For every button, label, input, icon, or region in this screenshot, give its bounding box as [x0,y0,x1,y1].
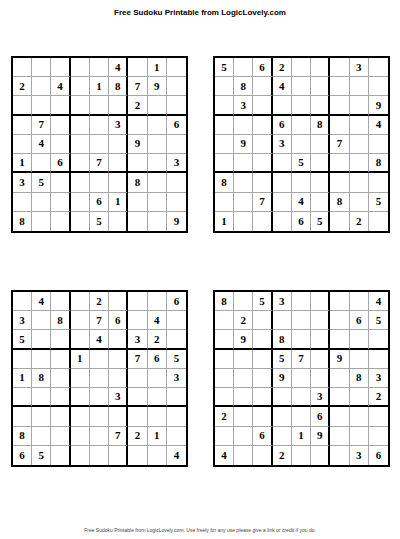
cell-r6c9: 3 [167,154,186,173]
cell-r5c9: 3 [167,369,186,388]
cell-r4c2 [234,116,253,135]
cell-r8c2 [234,427,253,446]
cell-r8c2 [32,427,51,446]
cell-r5c3 [253,369,272,388]
cell-r7c6 [109,173,128,192]
cell-r8c9 [167,193,186,212]
cell-r2c7 [128,311,147,330]
cell-r3c9 [369,330,388,349]
cell-r3c9 [167,330,186,349]
cell-r3c3 [253,96,272,115]
cell-r2c9 [167,77,186,96]
cell-r9c5: 6 [292,212,311,231]
cell-r9c3 [253,212,272,231]
page-footer-text: Free Sudoku Printable from LogicLovely.c… [0,527,400,533]
cell-r7c7 [128,407,147,426]
cell-r7c1: 2 [215,407,234,426]
cell-r6c8 [148,154,167,173]
cell-r5c9 [369,135,388,154]
cell-r8c7 [128,193,147,212]
cell-r1c5 [292,292,311,311]
cell-r2c4 [71,77,90,96]
cell-r9c7 [330,212,349,231]
cell-r4c3 [51,350,70,369]
cell-r9c1: 4 [215,446,234,465]
cell-r4c6: 3 [109,116,128,135]
cell-r8c5 [90,427,109,446]
cell-r8c9 [369,427,388,446]
cell-r7c5 [292,407,311,426]
cell-r5c2 [234,369,253,388]
printable-page: Free Sudoku Printable from LogicLovely.c… [0,0,400,539]
cell-r5c8 [350,135,369,154]
cell-r9c7 [330,446,349,465]
cell-r8c6: 7 [109,427,128,446]
cell-r4c8: 6 [148,350,167,369]
cell-r1c5 [292,58,311,77]
cell-r3c4 [71,96,90,115]
cell-r6c9 [167,388,186,407]
cell-r3c8 [148,96,167,115]
cell-r3c8 [350,96,369,115]
cell-r3c2 [32,330,51,349]
cell-r7c4 [273,173,292,192]
cell-r7c3 [253,407,272,426]
cell-r4c4: 5 [273,350,292,369]
cell-r2c3: 8 [51,311,70,330]
cell-r5c4 [71,369,90,388]
cell-r5c3 [253,135,272,154]
cell-r3c8 [350,330,369,349]
cell-r1c9 [167,58,186,77]
cell-r8c7 [330,427,349,446]
cell-r7c3 [253,173,272,192]
cell-r5c6 [109,135,128,154]
cell-r8c6: 1 [109,193,128,212]
cell-r2c5 [292,77,311,96]
cell-r1c7 [330,58,349,77]
cell-r8c1: 8 [13,427,32,446]
cell-r9c3 [51,212,70,231]
cell-r7c1: 3 [13,173,32,192]
cell-r3c6 [311,96,330,115]
cell-r5c4 [71,135,90,154]
cell-r5c4: 3 [273,135,292,154]
cell-r9c1: 8 [13,212,32,231]
cell-r5c5 [90,369,109,388]
cell-r7c2 [234,173,253,192]
cell-r4c7 [330,116,349,135]
sudoku-boards-container: 41241879273649167335861859 5623843968493… [11,56,390,467]
cell-r7c7 [330,173,349,192]
cell-r8c2 [234,193,253,212]
cell-r8c3 [51,193,70,212]
cell-r7c9 [167,407,186,426]
cell-r1c3: 5 [253,292,272,311]
cell-r4c6 [311,350,330,369]
cell-r3c7: 2 [128,96,147,115]
cell-r4c7: 7 [128,350,147,369]
cell-r2c9: 5 [369,311,388,330]
cell-r6c7 [330,388,349,407]
cell-r3c7: 3 [128,330,147,349]
cell-r7c1: 8 [215,173,234,192]
cell-r1c2 [234,292,253,311]
cell-r1c1 [13,58,32,77]
cell-r6c2 [234,154,253,173]
cell-r9c4 [71,212,90,231]
cell-r4c8 [148,116,167,135]
cell-r4c1 [13,116,32,135]
cell-r4c3 [253,116,272,135]
cell-r4c5 [90,350,109,369]
sudoku-board-bottom-right: 85342659857998332266194236 [213,290,390,467]
cell-r7c8 [148,407,167,426]
cell-r2c7 [330,77,349,96]
cell-r6c8 [350,154,369,173]
cell-r7c9 [369,407,388,426]
cell-r4c8 [350,350,369,369]
cell-r5c8: 8 [350,369,369,388]
cell-r7c7: 8 [128,173,147,192]
cell-r2c5: 7 [90,311,109,330]
cell-r3c1 [215,330,234,349]
cell-r6c6: 3 [109,388,128,407]
cell-r5c8 [148,135,167,154]
cell-r6c2 [32,388,51,407]
cell-r6c8 [350,388,369,407]
cell-r7c4 [273,407,292,426]
cell-r9c4 [71,446,90,465]
cell-r8c4 [273,193,292,212]
cell-r7c5 [90,407,109,426]
cell-r1c2: 4 [32,292,51,311]
cell-r6c3 [253,154,272,173]
cell-r5c1: 1 [13,369,32,388]
cell-r3c2 [32,96,51,115]
cell-r5c5 [292,135,311,154]
cell-r6c7 [128,154,147,173]
cell-r9c5 [90,446,109,465]
cell-r2c4: 4 [273,77,292,96]
cell-r9c5: 5 [90,212,109,231]
cell-r6c1 [215,154,234,173]
cell-r7c3 [51,173,70,192]
cell-r1c8 [350,292,369,311]
cell-r9c6: 5 [311,212,330,231]
cell-r2c2 [32,311,51,330]
cell-r8c8: 1 [148,427,167,446]
cell-r3c6 [109,330,128,349]
cell-r7c8 [148,173,167,192]
cell-r3c2: 3 [234,96,253,115]
cell-r3c9 [167,96,186,115]
cell-r6c8 [148,388,167,407]
cell-r7c5 [90,173,109,192]
cell-r9c4 [273,212,292,231]
cell-r8c6: 9 [311,427,330,446]
cell-r6c4 [273,154,292,173]
cell-r7c6: 6 [311,407,330,426]
cell-r4c1 [13,350,32,369]
cell-r2c5: 1 [90,77,109,96]
cell-r8c4 [273,427,292,446]
cell-r4c3 [51,116,70,135]
cell-r3c1: 5 [13,330,32,349]
cell-r4c1 [215,350,234,369]
cell-r8c3 [51,427,70,446]
cell-r3c4 [273,96,292,115]
cell-r1c3: 6 [253,58,272,77]
cell-r6c4 [273,388,292,407]
cell-r7c6 [311,173,330,192]
cell-r2c6: 8 [109,77,128,96]
cell-r2c3 [253,311,272,330]
cell-r1c4: 3 [273,292,292,311]
cell-r5c7 [330,369,349,388]
cell-r1c3 [51,292,70,311]
cell-r4c9: 6 [167,116,186,135]
cell-r5c9: 3 [369,369,388,388]
cell-r4c2 [32,350,51,369]
cell-r3c3 [51,96,70,115]
cell-r6c2 [32,154,51,173]
cell-r5c6 [311,369,330,388]
cell-r4c9: 5 [167,350,186,369]
cell-r3c5 [292,330,311,349]
cell-r4c4: 6 [273,116,292,135]
cell-r2c6 [311,77,330,96]
cell-r8c1 [13,193,32,212]
cell-r1c4: 2 [273,58,292,77]
cell-r2c7 [330,311,349,330]
cell-r5c3 [51,135,70,154]
cell-r4c4 [71,116,90,135]
cell-r6c7 [128,388,147,407]
cell-r2c3 [253,77,272,96]
cell-r7c2: 5 [32,173,51,192]
cell-r9c3 [253,446,272,465]
cell-r9c9: 4 [167,446,186,465]
cell-r1c8: 3 [350,58,369,77]
cell-r2c1: 2 [13,77,32,96]
cell-r1c1: 8 [215,292,234,311]
cell-r6c5 [90,388,109,407]
cell-r9c2 [234,212,253,231]
cell-r7c9 [369,173,388,192]
cell-r8c9: 5 [369,193,388,212]
cell-r9c7 [128,212,147,231]
cell-r6c6: 3 [311,388,330,407]
cell-r2c8: 4 [148,311,167,330]
cell-r1c8: 1 [148,58,167,77]
cell-r7c7 [330,407,349,426]
cell-r4c1 [215,116,234,135]
cell-r3c1 [13,96,32,115]
cell-r1c6 [311,292,330,311]
cell-r5c5 [292,369,311,388]
cell-r4c2: 7 [32,116,51,135]
cell-r5c5 [90,135,109,154]
cell-r6c9: 2 [369,388,388,407]
cell-r1c8 [148,292,167,311]
cell-r1c7 [330,292,349,311]
cell-r5c2: 9 [234,135,253,154]
cell-r9c6 [109,446,128,465]
cell-r4c7 [128,116,147,135]
cell-r8c5: 1 [292,427,311,446]
cell-r2c4 [71,311,90,330]
cell-r3c3 [253,330,272,349]
cell-r1c5: 2 [90,292,109,311]
cell-r9c1: 6 [13,446,32,465]
cell-r8c3: 6 [253,427,272,446]
cell-r9c9 [369,212,388,231]
cell-r1c6 [311,58,330,77]
cell-r6c7 [330,154,349,173]
cell-r5c7 [128,369,147,388]
cell-r3c1 [215,96,234,115]
cell-r1c6 [109,292,128,311]
cell-r6c4 [71,154,90,173]
cell-r1c4 [71,292,90,311]
cell-r2c4 [273,311,292,330]
cell-r2c8: 9 [148,77,167,96]
cell-r3c6 [311,330,330,349]
cell-r9c8 [148,212,167,231]
cell-r3c4: 8 [273,330,292,349]
sudoku-board-top-right: 5623843968493758874851652 [213,56,390,233]
cell-r5c7: 9 [128,135,147,154]
cell-r9c7 [128,446,147,465]
cell-r2c6 [311,311,330,330]
cell-r3c5 [90,96,109,115]
cell-r6c4 [71,388,90,407]
cell-r2c7: 7 [128,77,147,96]
cell-r6c1 [13,388,32,407]
cell-r3c3 [51,330,70,349]
cell-r4c5 [90,116,109,135]
cell-r7c2 [32,407,51,426]
cell-r5c9 [167,135,186,154]
cell-r4c9: 4 [369,116,388,135]
sudoku-board-top-left: 41241879273649167335861859 [11,56,188,233]
cell-r4c6 [109,350,128,369]
cell-r2c2: 8 [234,77,253,96]
cell-r7c5 [292,173,311,192]
cell-r1c7 [128,292,147,311]
cell-r6c9: 8 [369,154,388,173]
cell-r3c5 [292,96,311,115]
cell-r5c7: 7 [330,135,349,154]
cell-r4c6: 8 [311,116,330,135]
cell-r7c8 [350,173,369,192]
cell-r4c5 [292,116,311,135]
cell-r3c8: 2 [148,330,167,349]
cell-r9c6 [311,446,330,465]
cell-r7c1 [13,407,32,426]
cell-r2c2 [32,77,51,96]
cell-r6c5: 5 [292,154,311,173]
cell-r6c3 [253,388,272,407]
cell-r9c1: 1 [215,212,234,231]
cell-r9c2 [32,212,51,231]
cell-r9c8: 3 [350,446,369,465]
cell-r1c7 [128,58,147,77]
cell-r2c1 [215,77,234,96]
cell-r4c4: 1 [71,350,90,369]
cell-r8c6 [311,193,330,212]
cell-r2c9 [369,77,388,96]
cell-r6c3 [51,388,70,407]
cell-r1c3 [51,58,70,77]
cell-r5c6 [311,135,330,154]
cell-r4c8 [350,116,369,135]
cell-r8c5: 4 [292,193,311,212]
cell-r9c5 [292,446,311,465]
cell-r6c2 [234,388,253,407]
cell-r8c1 [215,193,234,212]
cell-r4c7: 9 [330,350,349,369]
cell-r9c8 [148,446,167,465]
cell-r1c2 [32,58,51,77]
cell-r7c8 [350,407,369,426]
cell-r1c2 [234,58,253,77]
cell-r2c8 [350,77,369,96]
cell-r8c5: 6 [90,193,109,212]
cell-r9c2: 5 [32,446,51,465]
cell-r6c5: 7 [90,154,109,173]
cell-r2c1: 3 [13,311,32,330]
cell-r3c7 [330,96,349,115]
cell-r6c5 [292,388,311,407]
page-header-title: Free Sudoku Printable from LogicLovely.c… [0,8,400,17]
cell-r3c9: 9 [369,96,388,115]
sudoku-board-bottom-left: 426387645432176518338721654 [11,290,188,467]
cell-r5c3 [51,369,70,388]
cell-r9c6 [109,212,128,231]
cell-r5c2: 4 [32,135,51,154]
cell-r6c6 [311,154,330,173]
cell-r2c3: 4 [51,77,70,96]
cell-r8c1 [215,427,234,446]
cell-r4c2 [234,350,253,369]
cell-r2c8: 6 [350,311,369,330]
cell-r1c6: 4 [109,58,128,77]
cell-r1c9 [369,58,388,77]
cell-r6c1 [215,388,234,407]
cell-r8c4 [71,427,90,446]
cell-r8c9 [167,427,186,446]
cell-r7c4 [71,407,90,426]
cell-r5c8 [148,369,167,388]
cell-r5c1 [215,135,234,154]
cell-r1c1: 5 [215,58,234,77]
cell-r9c9: 6 [369,446,388,465]
cell-r4c9 [369,350,388,369]
cell-r4c5: 7 [292,350,311,369]
cell-r5c1 [13,135,32,154]
cell-r1c5 [90,58,109,77]
cell-r8c7: 8 [330,193,349,212]
cell-r9c9: 9 [167,212,186,231]
cell-r7c2 [234,407,253,426]
cell-r3c5: 4 [90,330,109,349]
cell-r8c8 [148,193,167,212]
cell-r1c4 [71,58,90,77]
cell-r5c6 [109,369,128,388]
cell-r8c7: 2 [128,427,147,446]
